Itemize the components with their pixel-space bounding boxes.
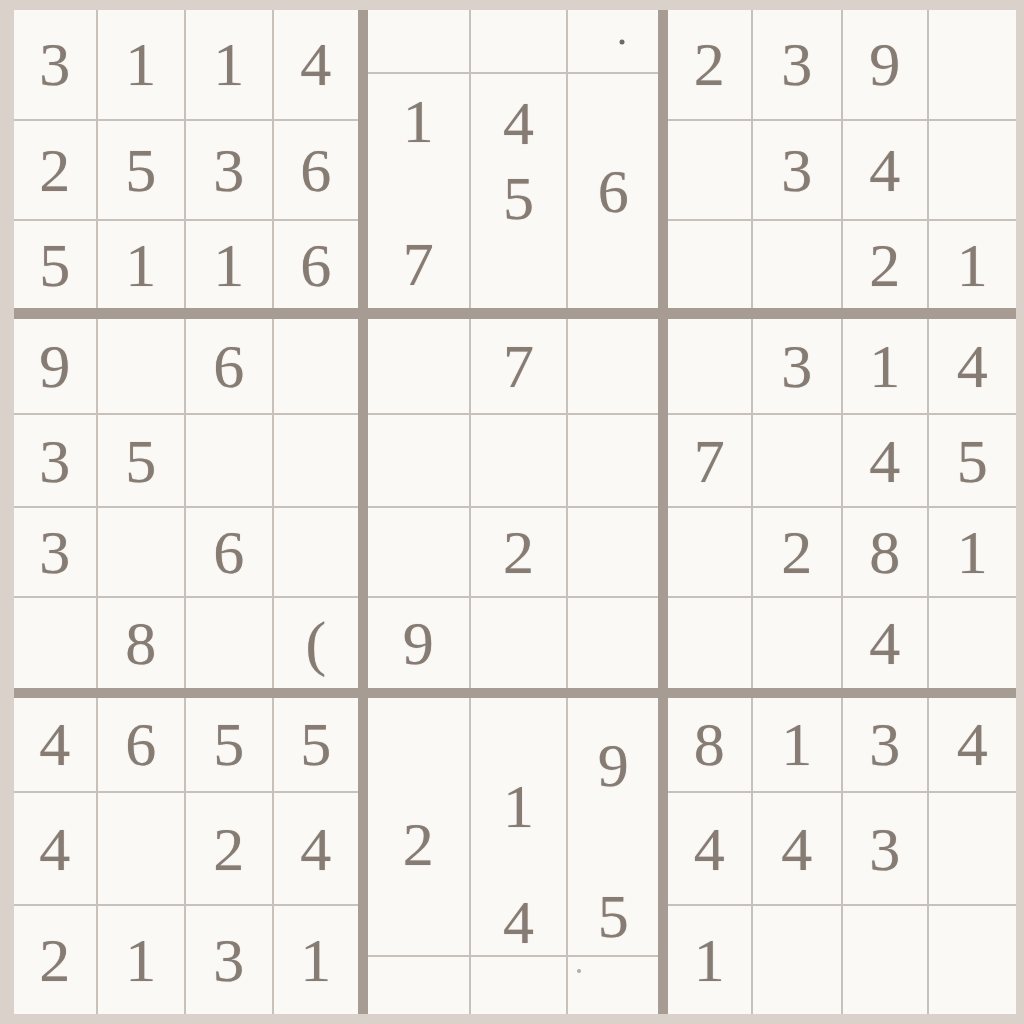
top-right-cell-r2-c3[interactable]: 4 [843,121,927,220]
digit-glyph: 4 [503,92,534,154]
top-right-cell-r2-c1[interactable] [668,121,751,220]
bottom-right-cell-r1-c2[interactable]: 1 [753,698,841,791]
digit-glyph: 5 [598,885,629,947]
block-top-right: 2393421 [668,10,1016,308]
digit-glyph: 9 [403,612,434,674]
digit-glyph: 2 [694,33,725,95]
middle-right-cell-r3-c3[interactable]: 8 [843,508,927,597]
middle-left-cell-r4-c2[interactable]: 8 [98,598,184,688]
middle-middle-cell-r2-c2[interactable] [471,415,567,506]
middle-right-cell-r1-c3[interactable]: 1 [843,319,927,413]
middle-middle-cell-r1-c2[interactable]: 7 [471,319,567,413]
digit-glyph: 3 [213,929,244,991]
digit-glyph: 2 [39,929,70,991]
bottom-left-cell-r1-c2[interactable]: 6 [98,698,184,791]
digit-glyph: 9 [869,33,900,95]
bottom-right-cell-r1-c4[interactable]: 4 [929,698,1016,791]
middle-left-cell-r2-c2[interactable]: 5 [98,415,184,506]
digit-glyph: ( [305,612,326,674]
bottom-left-cell-r3-c4[interactable]: 1 [274,906,359,1014]
block-bottom-left: 46554242131 [14,698,358,1014]
middle-left-cell-r2-c3[interactable] [186,415,271,506]
digit-glyph: 3 [781,33,812,95]
top-middle-strip-c3[interactable] [568,10,658,72]
digit-glyph: 1 [781,713,812,775]
top-left-cell-r1-c1[interactable]: 3 [14,10,96,119]
middle-right-cell-r4-c4[interactable] [929,598,1016,688]
block-middle-right: 3147452814 [668,319,1016,688]
top-left-cell-r3-c1[interactable]: 5 [14,221,96,308]
digit-glyph: 3 [39,521,70,583]
top-left-cell-r1-c4[interactable]: 4 [274,10,359,119]
block-middle-left: 9635368( [14,319,358,688]
bottom-right-cell-r2-c3[interactable]: 3 [843,793,927,905]
ink-speck-dot [577,969,581,973]
digit-glyph: 1 [300,929,331,991]
thick-grid-line-vertical-1 [358,10,368,1014]
top-right-cell-r1-c3[interactable]: 9 [843,10,927,119]
middle-left-cell-r3-c2[interactable] [98,508,184,597]
digit-glyph: 2 [403,813,434,875]
top-middle-tall-c2[interactable]: 45 [471,74,567,308]
digit-glyph: 8 [869,521,900,583]
block-top-middle: 17456 [368,10,658,308]
thick-grid-line-horizontal-1 [14,308,1016,319]
top-right-cell-r3-c2[interactable] [753,221,841,308]
top-right-cell-r3-c3[interactable]: 2 [843,221,927,308]
sudoku-photo: 3114253651161745623934219635368(72931474… [0,0,1024,1024]
bottom-left-cell-r1-c3[interactable]: 5 [186,698,271,791]
top-left-cell-r3-c4[interactable]: 6 [274,221,359,308]
bottom-left-cell-r3-c2[interactable]: 1 [98,906,184,1014]
bottom-middle-tall-c1[interactable]: 2 [368,698,469,955]
bottom-left-cell-r1-c4[interactable]: 5 [274,698,359,791]
top-left-cell-r1-c3[interactable]: 1 [186,10,271,119]
digit-glyph: 1 [125,234,156,296]
bottom-right-cell-r1-c1[interactable]: 8 [668,698,751,791]
digit-glyph: 7 [403,233,434,295]
digit-glyph: 1 [125,929,156,991]
digit-glyph: 3 [869,713,900,775]
middle-right-cell-r3-c2[interactable]: 2 [753,508,841,597]
digit-glyph: 1 [503,775,534,837]
middle-left-cell-r3-c4[interactable] [274,508,359,597]
bottom-middle-strip-c2[interactable] [471,957,567,1014]
bottom-right-cell-r3-c2[interactable] [753,906,841,1014]
middle-middle-cell-r2-c3[interactable] [568,415,658,506]
middle-right-cell-r2-c1[interactable]: 7 [668,415,751,506]
bottom-left-cell-r1-c1[interactable]: 4 [14,698,96,791]
digit-glyph: 1 [869,335,900,397]
top-right-cell-r2-c4[interactable] [929,121,1016,220]
digit-glyph: 5 [300,713,331,775]
top-right-cell-r1-c4[interactable] [929,10,1016,119]
digit-glyph: 3 [39,33,70,95]
block-bottom-middle: 21495 [368,698,658,1014]
digit-glyph: 1 [957,521,988,583]
middle-middle-cell-r4-c3[interactable] [568,598,658,688]
top-middle-tall-c3[interactable]: 6 [568,74,658,308]
top-left-cell-r2-c1[interactable]: 2 [14,121,96,220]
thick-grid-line-vertical-2 [658,10,668,1014]
middle-middle-cell-r1-c3[interactable] [568,319,658,413]
digit-glyph: 8 [694,713,725,775]
bottom-left-cell-r2-c1[interactable]: 4 [14,793,96,905]
digit-glyph: 5 [213,713,244,775]
top-left-cell-r2-c2[interactable]: 5 [98,121,184,220]
digit-glyph: 4 [869,612,900,674]
top-right-cell-r3-c1[interactable] [668,221,751,308]
digit-glyph: 1 [403,90,434,152]
middle-middle-cell-r3-c2[interactable]: 2 [471,508,567,597]
middle-left-cell-r4-c1[interactable] [14,598,96,688]
digit-glyph: 4 [300,818,331,880]
digit-glyph: 5 [503,167,534,229]
digit-glyph: 1 [957,234,988,296]
digit-glyph: 4 [781,818,812,880]
middle-left-cell-r1-c4[interactable] [274,319,359,413]
top-middle-strip-c1[interactable] [368,10,469,72]
block-top-left: 311425365116 [14,10,358,308]
middle-right-cell-r1-c2[interactable]: 3 [753,319,841,413]
middle-right-cell-r4-c1[interactable] [668,598,751,688]
digit-glyph: 2 [503,521,534,583]
top-middle-tall-c1[interactable]: 17 [368,74,469,308]
top-left-cell-r3-c2[interactable]: 1 [98,221,184,308]
digit-glyph: 1 [694,929,725,991]
digit-glyph: 6 [598,160,629,222]
sudoku-board: 3114253651161745623934219635368(72931474… [0,0,1024,1024]
bottom-left-cell-r2-c3[interactable]: 2 [186,793,271,905]
top-left-cell-r3-c3[interactable]: 1 [186,221,271,308]
middle-left-cell-r1-c3[interactable]: 6 [186,319,271,413]
digit-glyph: 8 [125,612,156,674]
digit-glyph: 5 [39,234,70,296]
bottom-left-cell-r3-c1[interactable]: 2 [14,906,96,1014]
digit-glyph: 2 [869,234,900,296]
top-right-cell-r1-c2[interactable]: 3 [753,10,841,119]
middle-middle-cell-r2-c1[interactable] [368,415,469,506]
digit-glyph: 6 [213,335,244,397]
bottom-left-cell-r3-c3[interactable]: 3 [186,906,271,1014]
bottom-middle-strip-c1[interactable] [368,957,469,1014]
digit-glyph: 6 [125,713,156,775]
bottom-right-cell-r3-c3[interactable] [843,906,927,1014]
middle-middle-cell-r1-c1[interactable] [368,319,469,413]
digit-glyph: 5 [125,430,156,492]
middle-right-cell-r2-c2[interactable] [753,415,841,506]
digit-glyph: 4 [39,713,70,775]
middle-left-cell-r2-c1[interactable]: 3 [14,415,96,506]
bottom-middle-strip-c3[interactable] [568,957,658,1014]
middle-right-cell-r3-c1[interactable] [668,508,751,597]
digit-glyph: 3 [869,818,900,880]
digit-glyph: 9 [39,335,70,397]
digit-glyph: 4 [957,713,988,775]
block-bottom-right: 81344431 [668,698,1016,1014]
digit-glyph: 4 [503,891,534,953]
digit-glyph: 4 [957,335,988,397]
digit-glyph: 5 [957,430,988,492]
block-middle-middle: 729 [368,319,658,688]
middle-left-cell-r3-c1[interactable]: 3 [14,508,96,597]
bottom-left-cell-r2-c4[interactable]: 4 [274,793,359,905]
middle-right-cell-r4-c3[interactable]: 4 [843,598,927,688]
digit-glyph: 4 [869,430,900,492]
digit-glyph: 2 [781,521,812,583]
digit-glyph: 5 [125,139,156,201]
middle-right-cell-r1-c1[interactable] [668,319,751,413]
top-left-cell-r2-c4[interactable]: 6 [274,121,359,220]
middle-left-cell-r2-c4[interactable] [274,415,359,506]
digit-glyph: 3 [781,335,812,397]
bottom-right-cell-r2-c4[interactable] [929,793,1016,905]
digit-glyph: 2 [213,818,244,880]
middle-middle-cell-r4-c1[interactable]: 9 [368,598,469,688]
bottom-right-cell-r1-c3[interactable]: 3 [843,698,927,791]
digit-glyph: 4 [39,818,70,880]
middle-left-cell-r3-c3[interactable]: 6 [186,508,271,597]
middle-right-cell-r4-c2[interactable] [753,598,841,688]
digit-glyph: 1 [125,33,156,95]
digit-glyph: 1 [213,33,244,95]
top-left-cell-r2-c3[interactable]: 3 [186,121,271,220]
digit-glyph: 2 [39,139,70,201]
middle-right-cell-r2-c3[interactable]: 4 [843,415,927,506]
bottom-right-cell-r2-c2[interactable]: 4 [753,793,841,905]
middle-left-cell-r1-c2[interactable] [98,319,184,413]
digit-glyph: 3 [213,139,244,201]
digit-glyph: 6 [300,139,331,201]
digit-glyph: 7 [694,430,725,492]
digit-glyph: 9 [598,734,629,796]
middle-right-cell-r2-c4[interactable]: 5 [929,415,1016,506]
middle-right-cell-r3-c4[interactable]: 1 [929,508,1016,597]
bottom-left-cell-r2-c2[interactable] [98,793,184,905]
top-middle-strip-c2[interactable] [471,10,567,72]
top-right-cell-r2-c2[interactable]: 3 [753,121,841,220]
digit-glyph: 7 [503,335,534,397]
bottom-right-cell-r3-c1[interactable]: 1 [668,906,751,1014]
top-left-cell-r1-c2[interactable]: 1 [98,10,184,119]
thick-grid-line-horizontal-2 [14,688,1016,698]
ink-speck-dot [620,40,625,45]
digit-glyph: 4 [869,139,900,201]
middle-right-cell-r1-c4[interactable]: 4 [929,319,1016,413]
digit-glyph: 6 [300,234,331,296]
digit-glyph: 4 [300,33,331,95]
bottom-middle-tall-c2[interactable]: 14 [471,698,567,955]
middle-left-cell-r4-c4[interactable]: ( [274,598,359,688]
digit-glyph: 4 [694,818,725,880]
digit-glyph: 1 [213,234,244,296]
bottom-right-cell-r2-c1[interactable]: 4 [668,793,751,905]
top-right-cell-r1-c1[interactable]: 2 [668,10,751,119]
middle-left-cell-r1-c1[interactable]: 9 [14,319,96,413]
middle-middle-cell-r3-c3[interactable] [568,508,658,597]
middle-middle-cell-r3-c1[interactable] [368,508,469,597]
middle-left-cell-r4-c3[interactable] [186,598,271,688]
middle-middle-cell-r4-c2[interactable] [471,598,567,688]
digit-glyph: 6 [213,521,244,583]
bottom-right-cell-r3-c4[interactable] [929,906,1016,1014]
top-right-cell-r3-c4[interactable]: 1 [929,221,1016,308]
digit-glyph: 3 [39,430,70,492]
digit-glyph: 3 [781,139,812,201]
bottom-middle-tall-c3[interactable]: 95 [568,698,658,955]
